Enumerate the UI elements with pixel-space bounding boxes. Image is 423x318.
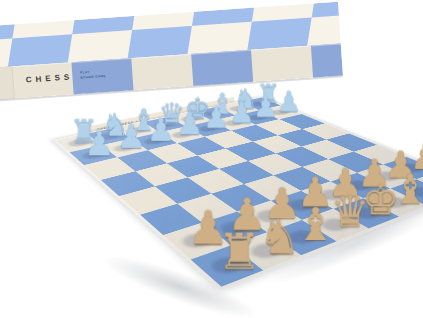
board-scene: ♜♞♝♛♚♝♞♜♟♟♟♟♟♟♟♟♟♟♟♟♟♟♟♟♜♞♝♛♚♝♞♜	[0, 0, 423, 318]
product-photo: CHESS PLAY BOARD GAME CHESS · PRESS + + …	[0, 0, 423, 318]
blue-piece-p[interactable]: ♟	[78, 126, 122, 160]
wood-piece-r[interactable]: ♜	[208, 227, 272, 276]
chess-board: ♜♞♝♛♚♝♞♜♟♟♟♟♟♟♟♟♟♟♟♟♟♟♟♟♜♞♝♛♚♝♞♜	[52, 97, 423, 291]
square-a7[interactable]: ♟	[69, 145, 117, 165]
